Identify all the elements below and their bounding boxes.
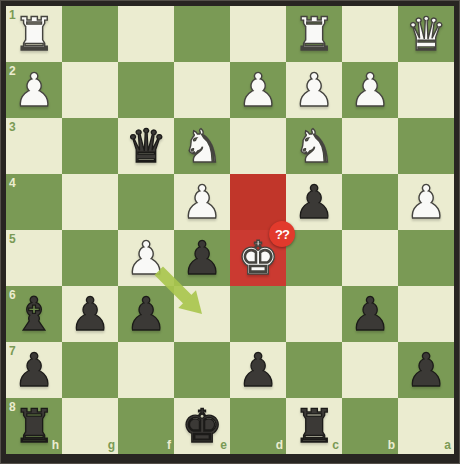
rank-label-4: 4 — [9, 177, 16, 189]
square-e1[interactable] — [174, 6, 230, 62]
square-a7[interactable]: ♟ — [398, 342, 454, 398]
file-label-b: b — [388, 439, 395, 451]
white-queen[interactable]: ♛ — [398, 6, 454, 62]
square-a6[interactable] — [398, 286, 454, 342]
square-d8[interactable]: d — [230, 398, 286, 454]
square-d5[interactable]: ♚ — [230, 230, 286, 286]
square-d7[interactable]: ♟ — [230, 342, 286, 398]
black-pawn[interactable]: ♟ — [342, 286, 398, 342]
square-b7[interactable] — [342, 342, 398, 398]
file-label-f: f — [167, 439, 171, 451]
rank-label-6: 6 — [9, 289, 16, 301]
white-pawn[interactable]: ♟ — [342, 62, 398, 118]
square-b4[interactable] — [342, 174, 398, 230]
square-d3[interactable] — [230, 118, 286, 174]
square-g6[interactable]: ♟ — [62, 286, 118, 342]
black-pawn[interactable]: ♟ — [286, 174, 342, 230]
file-label-e: e — [220, 439, 227, 451]
square-f5[interactable]: ♟ — [118, 230, 174, 286]
square-g2[interactable] — [62, 62, 118, 118]
square-e7[interactable] — [174, 342, 230, 398]
white-pawn[interactable]: ♟ — [230, 62, 286, 118]
square-g1[interactable] — [62, 6, 118, 62]
rank-label-5: 5 — [9, 233, 16, 245]
square-b1[interactable] — [342, 6, 398, 62]
white-knight[interactable]: ♞ — [286, 118, 342, 174]
black-pawn[interactable]: ♟ — [118, 286, 174, 342]
square-f6[interactable]: ♟ — [118, 286, 174, 342]
square-c3[interactable]: ♞ — [286, 118, 342, 174]
square-e8[interactable]: e♚ — [174, 398, 230, 454]
square-a5[interactable] — [398, 230, 454, 286]
rank-label-2: 2 — [9, 65, 16, 77]
square-e5[interactable]: ♟ — [174, 230, 230, 286]
square-g3[interactable] — [62, 118, 118, 174]
square-f4[interactable] — [118, 174, 174, 230]
square-d6[interactable] — [230, 286, 286, 342]
square-d2[interactable]: ♟ — [230, 62, 286, 118]
white-pawn[interactable]: ♟ — [286, 62, 342, 118]
black-pawn[interactable]: ♟ — [62, 286, 118, 342]
square-g7[interactable] — [62, 342, 118, 398]
square-d4[interactable] — [230, 174, 286, 230]
square-a1[interactable]: ♛ — [398, 6, 454, 62]
white-rook[interactable]: ♜ — [286, 6, 342, 62]
square-b3[interactable] — [342, 118, 398, 174]
square-a3[interactable] — [398, 118, 454, 174]
white-pawn[interactable]: ♟ — [118, 230, 174, 286]
square-b2[interactable]: ♟ — [342, 62, 398, 118]
chess-board-frame: 1♜♜♛2♟♟♟♟3♛♞♞4♟♟♟5♟♟♚6♝♟♟♟7♟♟♟8h♜gfe♚dc♜… — [0, 0, 460, 464]
black-pawn[interactable]: ♟ — [174, 230, 230, 286]
square-a2[interactable] — [398, 62, 454, 118]
square-e3[interactable]: ♞ — [174, 118, 230, 174]
square-a8[interactable]: a — [398, 398, 454, 454]
chess-board: 1♜♜♛2♟♟♟♟3♛♞♞4♟♟♟5♟♟♚6♝♟♟♟7♟♟♟8h♜gfe♚dc♜… — [6, 6, 454, 454]
square-f2[interactable] — [118, 62, 174, 118]
file-label-a: a — [444, 439, 451, 451]
square-h5[interactable]: 5 — [6, 230, 62, 286]
square-h2[interactable]: 2♟ — [6, 62, 62, 118]
black-pawn[interactable]: ♟ — [230, 342, 286, 398]
square-c5[interactable] — [286, 230, 342, 286]
rank-label-8: 8 — [9, 401, 16, 413]
square-h1[interactable]: 1♜ — [6, 6, 62, 62]
white-knight[interactable]: ♞ — [174, 118, 230, 174]
square-c2[interactable]: ♟ — [286, 62, 342, 118]
square-e2[interactable] — [174, 62, 230, 118]
square-e6[interactable] — [174, 286, 230, 342]
square-h3[interactable]: 3 — [6, 118, 62, 174]
white-pawn[interactable]: ♟ — [174, 174, 230, 230]
square-c7[interactable] — [286, 342, 342, 398]
file-label-d: d — [276, 439, 283, 451]
square-e4[interactable]: ♟ — [174, 174, 230, 230]
square-g4[interactable] — [62, 174, 118, 230]
square-f8[interactable]: f — [118, 398, 174, 454]
file-label-c: c — [332, 439, 339, 451]
square-f7[interactable] — [118, 342, 174, 398]
square-f1[interactable] — [118, 6, 174, 62]
square-h8[interactable]: 8h♜ — [6, 398, 62, 454]
rank-label-1: 1 — [9, 9, 16, 21]
white-pawn[interactable]: ♟ — [398, 174, 454, 230]
file-label-h: h — [52, 439, 59, 451]
square-b8[interactable]: b — [342, 398, 398, 454]
square-g5[interactable] — [62, 230, 118, 286]
square-h7[interactable]: 7♟ — [6, 342, 62, 398]
square-h6[interactable]: 6♝ — [6, 286, 62, 342]
rank-label-3: 3 — [9, 121, 16, 133]
square-c8[interactable]: c♜ — [286, 398, 342, 454]
square-c4[interactable]: ♟ — [286, 174, 342, 230]
square-c6[interactable] — [286, 286, 342, 342]
black-pawn[interactable]: ♟ — [398, 342, 454, 398]
square-b5[interactable] — [342, 230, 398, 286]
black-queen[interactable]: ♛ — [118, 118, 174, 174]
square-c1[interactable]: ♜ — [286, 6, 342, 62]
square-a4[interactable]: ♟ — [398, 174, 454, 230]
square-f3[interactable]: ♛ — [118, 118, 174, 174]
square-b6[interactable]: ♟ — [342, 286, 398, 342]
square-d1[interactable] — [230, 6, 286, 62]
square-g8[interactable]: g — [62, 398, 118, 454]
white-king[interactable]: ♚ — [230, 230, 286, 286]
rank-label-7: 7 — [9, 345, 16, 357]
file-label-g: g — [108, 439, 115, 451]
square-h4[interactable]: 4 — [6, 174, 62, 230]
